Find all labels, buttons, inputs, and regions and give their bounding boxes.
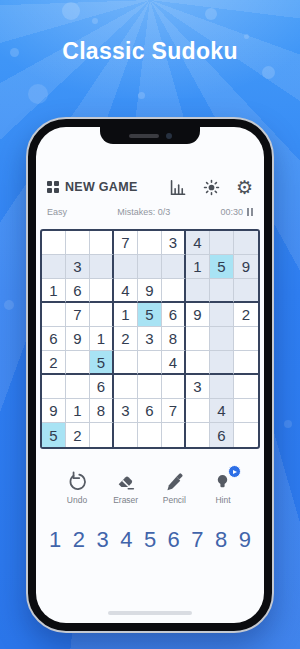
sudoku-cell-r3c8[interactable] — [210, 279, 234, 303]
sudoku-cell-r5c1[interactable]: 6 — [42, 327, 66, 351]
sudoku-cell-r9c2[interactable]: 2 — [66, 423, 90, 447]
phone-camera — [166, 133, 172, 139]
sudoku-cell-r1c1[interactable] — [42, 231, 66, 255]
bokeh-dot — [92, 18, 98, 24]
difficulty-label: Easy — [47, 207, 67, 217]
bokeh-dot — [205, 8, 217, 20]
app-top-bar: NEW GAME — [47, 177, 253, 197]
hint-ad-play-badge — [228, 465, 241, 478]
sudoku-cell-r3c7[interactable] — [186, 279, 210, 303]
sudoku-cell-r8c6[interactable]: 7 — [162, 399, 186, 423]
sudoku-cell-r7c9[interactable] — [234, 375, 258, 399]
sudoku-cell-r7c3[interactable]: 6 — [90, 375, 114, 399]
sudoku-cell-r5c6[interactable]: 8 — [162, 327, 186, 351]
sudoku-cell-r3c6[interactable] — [162, 279, 186, 303]
settings-gear-icon[interactable]: ⚙ — [236, 178, 253, 197]
sudoku-cell-r9c1[interactable]: 5 — [42, 423, 66, 447]
new-game-label: NEW GAME — [65, 180, 138, 194]
hint-label: Hint — [215, 495, 230, 505]
pencil-button[interactable]: Pencil — [154, 470, 194, 505]
numpad-7[interactable]: 7 — [191, 529, 203, 551]
timer: 00:30 — [220, 207, 253, 217]
sudoku-cell-r6c6[interactable]: 4 — [162, 351, 186, 375]
sudoku-cell-r2c8[interactable]: 5 — [210, 255, 234, 279]
sudoku-cell-r4c9[interactable]: 2 — [234, 303, 258, 327]
sudoku-cell-r9c3[interactable] — [90, 423, 114, 447]
sudoku-cell-r1c9[interactable] — [234, 231, 258, 255]
sudoku-cell-r9c5[interactable] — [138, 423, 162, 447]
sudoku-cell-r2c2[interactable]: 3 — [66, 255, 90, 279]
new-game-button[interactable]: NEW GAME — [47, 180, 138, 194]
undo-icon — [66, 470, 88, 492]
sudoku-cell-r6c7[interactable] — [186, 351, 210, 375]
sudoku-cell-r3c2[interactable]: 6 — [66, 279, 90, 303]
sudoku-cell-r2c5[interactable] — [138, 255, 162, 279]
sudoku-cell-r5c3[interactable]: 1 — [90, 327, 114, 351]
sudoku-cell-r6c4[interactable] — [114, 351, 138, 375]
numpad-2[interactable]: 2 — [73, 529, 85, 551]
sudoku-cell-r2c9[interactable]: 9 — [234, 255, 258, 279]
page-title: Classic Sudoku — [0, 38, 300, 65]
sudoku-cell-r6c5[interactable] — [138, 351, 162, 375]
sudoku-cell-r8c9[interactable] — [234, 399, 258, 423]
bokeh-dot — [28, 84, 48, 104]
sudoku-cell-r4c7[interactable]: 9 — [186, 303, 210, 327]
sudoku-cell-r2c7[interactable]: 1 — [186, 255, 210, 279]
bokeh-dot — [284, 420, 292, 428]
numpad: 123456789 — [47, 529, 253, 551]
pencil-icon — [163, 470, 185, 492]
sudoku-cell-r5c5[interactable]: 3 — [138, 327, 162, 351]
bokeh-dot — [262, 66, 275, 79]
sudoku-cell-r5c2[interactable]: 9 — [66, 327, 90, 351]
undo-label: Undo — [67, 495, 87, 505]
sudoku-cell-r5c8[interactable] — [210, 327, 234, 351]
screenshot-stage: Classic Sudoku NEW GAME — [0, 0, 300, 649]
home-indicator[interactable] — [108, 611, 192, 615]
mistakes-counter: Mistakes: 0/3 — [117, 207, 170, 217]
sudoku-cell-r7c6[interactable] — [162, 375, 186, 399]
sudoku-cell-r5c4[interactable]: 2 — [114, 327, 138, 351]
eraser-icon — [115, 470, 137, 492]
sudoku-cell-r6c3[interactable]: 5 — [90, 351, 114, 375]
sudoku-cell-r4c1[interactable] — [42, 303, 66, 327]
sudoku-cell-r1c5[interactable] — [138, 231, 162, 255]
sudoku-cell-r9c4[interactable] — [114, 423, 138, 447]
numpad-6[interactable]: 6 — [168, 529, 180, 551]
bokeh-dot — [4, 300, 14, 310]
numpad-5[interactable]: 5 — [144, 529, 156, 551]
sudoku-cell-r1c6[interactable]: 3 — [162, 231, 186, 255]
sudoku-cell-r8c3[interactable]: 8 — [90, 399, 114, 423]
numpad-8[interactable]: 8 — [215, 529, 227, 551]
numpad-9[interactable]: 9 — [239, 529, 251, 551]
sudoku-cell-r7c1[interactable] — [42, 375, 66, 399]
sudoku-cell-r6c9[interactable] — [234, 351, 258, 375]
hint-button[interactable]: Hint — [203, 470, 243, 505]
sudoku-cell-r9c8[interactable]: 6 — [210, 423, 234, 447]
sudoku-cell-r6c1[interactable]: 2 — [42, 351, 66, 375]
phone-frame: NEW GAME — [26, 117, 274, 633]
status-bar: Easy Mistakes: 0/3 00:30 — [47, 206, 253, 218]
sudoku-cell-r5c7[interactable] — [186, 327, 210, 351]
sudoku-cell-r4c8[interactable] — [210, 303, 234, 327]
sudoku-cell-r3c9[interactable] — [234, 279, 258, 303]
sudoku-cell-r3c3[interactable] — [90, 279, 114, 303]
theme-sun-icon[interactable] — [202, 178, 221, 197]
sudoku-cell-r3c1[interactable]: 1 — [42, 279, 66, 303]
sudoku-cell-r4c6[interactable]: 6 — [162, 303, 186, 327]
sudoku-cell-r7c2[interactable] — [66, 375, 90, 399]
pencil-label: Pencil — [163, 495, 186, 505]
sudoku-cell-r3c4[interactable]: 4 — [114, 279, 138, 303]
sudoku-cell-r5c9[interactable] — [234, 327, 258, 351]
sudoku-cell-r8c1[interactable]: 9 — [42, 399, 66, 423]
phone-speaker — [129, 134, 159, 138]
sudoku-cell-r4c2[interactable]: 7 — [66, 303, 90, 327]
sudoku-cell-r7c8[interactable] — [210, 375, 234, 399]
sudoku-cell-r2c4[interactable] — [114, 255, 138, 279]
numpad-1[interactable]: 1 — [49, 529, 61, 551]
bokeh-dot — [138, 92, 145, 99]
sudoku-cell-r8c5[interactable]: 6 — [138, 399, 162, 423]
timer-value: 00:30 — [220, 207, 243, 217]
sudoku-cell-r4c3[interactable] — [90, 303, 114, 327]
toolbar: Undo Eraser — [47, 470, 253, 505]
phone-notch — [100, 127, 200, 144]
pause-icon[interactable] — [247, 208, 253, 216]
sudoku-cell-r8c2[interactable]: 1 — [66, 399, 90, 423]
sudoku-cell-r2c6[interactable] — [162, 255, 186, 279]
sudoku-cell-r9c6[interactable] — [162, 423, 186, 447]
sudoku-cell-r9c7[interactable] — [186, 423, 210, 447]
sudoku-cell-r1c3[interactable] — [90, 231, 114, 255]
hint-bulb-icon — [212, 470, 234, 492]
eraser-label: Eraser — [113, 495, 138, 505]
sudoku-cell-r7c4[interactable] — [114, 375, 138, 399]
sudoku-cell-r4c4[interactable]: 1 — [114, 303, 138, 327]
sudoku-cell-r7c7[interactable]: 3 — [186, 375, 210, 399]
sudoku-cell-r8c7[interactable] — [186, 399, 210, 423]
eraser-button[interactable]: Eraser — [106, 470, 146, 505]
sudoku-cell-r9c9[interactable] — [234, 423, 258, 447]
sudoku-cell-r1c7[interactable]: 4 — [186, 231, 210, 255]
sudoku-cell-r1c8[interactable] — [210, 231, 234, 255]
new-game-grid-icon — [47, 181, 59, 193]
sudoku-cell-r3c5[interactable]: 9 — [138, 279, 162, 303]
sudoku-cell-r2c3[interactable] — [90, 255, 114, 279]
sudoku-cell-r6c8[interactable] — [210, 351, 234, 375]
sudoku-cell-r8c4[interactable]: 3 — [114, 399, 138, 423]
sudoku-cell-r8c8[interactable]: 4 — [210, 399, 234, 423]
sudoku-cell-r6c2[interactable] — [66, 351, 90, 375]
sudoku-cell-r2c1[interactable] — [42, 255, 66, 279]
sudoku-board: 73431591649715692691238254639183674526 — [40, 229, 260, 449]
sudoku-cell-r4c5[interactable]: 5 — [138, 303, 162, 327]
numpad-3[interactable]: 3 — [96, 529, 108, 551]
numpad-4[interactable]: 4 — [120, 529, 132, 551]
sudoku-cell-r1c2[interactable] — [66, 231, 90, 255]
sudoku-cell-r1c4[interactable]: 7 — [114, 231, 138, 255]
bokeh-dot — [62, 2, 80, 20]
phone-screen: NEW GAME — [36, 127, 264, 623]
undo-button[interactable]: Undo — [57, 470, 97, 505]
statistics-icon[interactable] — [168, 178, 187, 197]
sudoku-cell-r7c5[interactable] — [138, 375, 162, 399]
